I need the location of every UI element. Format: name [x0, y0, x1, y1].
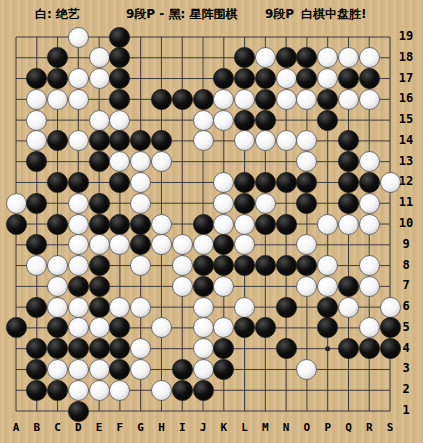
black-stone [255, 172, 276, 193]
black-stone [193, 276, 214, 297]
row-label: 14 [393, 133, 419, 147]
white-stone [213, 214, 234, 235]
black-stone [276, 172, 297, 193]
white-stone [68, 89, 89, 110]
black-stone [130, 214, 151, 235]
white-stone [193, 359, 214, 380]
column-label: H [151, 421, 171, 434]
column-label: I [172, 421, 192, 434]
white-stone [47, 89, 68, 110]
black-stone [109, 27, 130, 48]
white-stone [68, 27, 89, 48]
black-stone [276, 338, 297, 359]
black-stone [276, 255, 297, 276]
black-stone [276, 214, 297, 235]
white-stone [26, 110, 47, 131]
black-stone [255, 89, 276, 110]
black-stone [338, 151, 359, 172]
row-label: 12 [393, 174, 419, 188]
white-stone [68, 380, 89, 401]
white-stone [276, 130, 297, 151]
white-stone [213, 110, 234, 131]
white-stone [359, 47, 380, 68]
black-stone [68, 172, 89, 193]
black-stone [89, 151, 110, 172]
black-stone [109, 214, 130, 235]
white-stone [151, 151, 172, 172]
column-label: E [89, 421, 109, 434]
black-stone [338, 276, 359, 297]
column-label: A [6, 421, 26, 434]
star-point [325, 346, 330, 351]
row-label: 13 [393, 154, 419, 168]
white-stone [47, 359, 68, 380]
white-stone [193, 317, 214, 338]
black-stone [172, 89, 193, 110]
row-label: 1 [393, 403, 419, 417]
white-stone [68, 297, 89, 318]
row-label: 16 [393, 91, 419, 105]
column-label: K [214, 421, 234, 434]
black-stone [317, 110, 338, 131]
white-stone [255, 47, 276, 68]
white-stone [109, 110, 130, 131]
white-stone [338, 89, 359, 110]
white-stone [89, 359, 110, 380]
white-stone [89, 380, 110, 401]
white-stone [359, 193, 380, 214]
white-stone [89, 234, 110, 255]
black-stone [255, 214, 276, 235]
black-stone [255, 68, 276, 89]
column-label: F [110, 421, 130, 434]
column-label: Q [338, 421, 358, 434]
white-stone [130, 359, 151, 380]
go-game-viewer: 白: 绝艺 9段P - 黑: 星阵围棋 9段P 白棋中盘胜! ABCDEFGHI… [0, 0, 423, 443]
black-stone [317, 89, 338, 110]
row-label: 5 [393, 320, 419, 334]
white-stone [47, 276, 68, 297]
black-stone [26, 193, 47, 214]
black-stone [193, 255, 214, 276]
white-stone [68, 68, 89, 89]
white-stone [317, 214, 338, 235]
black-stone [234, 193, 255, 214]
column-label: N [276, 421, 296, 434]
white-stone [89, 68, 110, 89]
column-label: B [27, 421, 47, 434]
column-label: D [68, 421, 88, 434]
white-stone [234, 214, 255, 235]
black-stone [6, 214, 27, 235]
black-stone [193, 89, 214, 110]
white-stone [193, 130, 214, 151]
white-stone [109, 297, 130, 318]
column-label: M [255, 421, 275, 434]
row-label: 6 [393, 299, 419, 313]
black-stone [359, 68, 380, 89]
black-stone [47, 68, 68, 89]
black-stone [26, 297, 47, 318]
white-stone [47, 297, 68, 318]
black-stone [89, 255, 110, 276]
black-stone [338, 172, 359, 193]
row-label: 4 [393, 341, 419, 355]
white-stone [255, 193, 276, 214]
white-stone [193, 297, 214, 318]
black-stone [89, 193, 110, 214]
white-stone [359, 255, 380, 276]
white-stone [68, 255, 89, 276]
black-stone [172, 359, 193, 380]
column-label: C [48, 421, 68, 434]
white-stone [338, 297, 359, 318]
black-stone [172, 380, 193, 401]
white-stone [172, 276, 193, 297]
go-board[interactable]: ABCDEFGHIJKLMNOPQRS 19181716151413121110… [0, 0, 423, 443]
white-stone [359, 276, 380, 297]
white-stone [359, 214, 380, 235]
white-stone [193, 338, 214, 359]
white-stone [338, 214, 359, 235]
black-stone [359, 172, 380, 193]
black-stone [338, 338, 359, 359]
row-label: 9 [393, 237, 419, 251]
row-label: 19 [393, 29, 419, 43]
column-label: P [318, 421, 338, 434]
white-stone [109, 380, 130, 401]
white-stone [193, 234, 214, 255]
black-stone [151, 89, 172, 110]
black-stone [234, 172, 255, 193]
row-label: 10 [393, 216, 419, 230]
black-stone [255, 110, 276, 131]
column-label: S [380, 421, 400, 434]
row-label: 7 [393, 278, 419, 292]
white-stone [172, 255, 193, 276]
black-stone [338, 193, 359, 214]
column-label: J [193, 421, 213, 434]
black-stone [234, 68, 255, 89]
white-stone [89, 317, 110, 338]
white-stone [68, 214, 89, 235]
black-stone [317, 297, 338, 318]
black-stone [193, 214, 214, 235]
black-stone [89, 297, 110, 318]
white-stone [89, 110, 110, 131]
black-stone [338, 68, 359, 89]
column-label: G [131, 421, 151, 434]
white-stone [172, 234, 193, 255]
white-stone [234, 89, 255, 110]
white-stone [359, 151, 380, 172]
white-stone [130, 172, 151, 193]
black-stone [89, 130, 110, 151]
white-stone [47, 255, 68, 276]
black-stone [6, 317, 27, 338]
black-stone [47, 172, 68, 193]
white-stone [317, 276, 338, 297]
black-stone [276, 297, 297, 318]
black-stone [193, 380, 214, 401]
black-stone [68, 276, 89, 297]
black-stone [89, 276, 110, 297]
white-stone [213, 89, 234, 110]
black-stone [89, 214, 110, 235]
white-stone [6, 193, 27, 214]
black-stone [68, 401, 89, 422]
white-stone [213, 193, 234, 214]
row-label: 2 [393, 382, 419, 396]
row-label: 15 [393, 112, 419, 126]
black-stone [47, 214, 68, 235]
column-label: L [235, 421, 255, 434]
white-stone [276, 68, 297, 89]
column-label: O [297, 421, 317, 434]
row-label: 18 [393, 50, 419, 64]
white-stone [89, 47, 110, 68]
white-stone [130, 193, 151, 214]
black-stone [255, 255, 276, 276]
white-stone [68, 193, 89, 214]
white-stone [193, 110, 214, 131]
white-stone [359, 89, 380, 110]
row-label: 11 [393, 195, 419, 209]
black-stone [89, 338, 110, 359]
black-stone [296, 193, 317, 214]
white-stone [68, 359, 89, 380]
white-stone [276, 89, 297, 110]
black-stone [47, 380, 68, 401]
black-stone [234, 110, 255, 131]
white-stone [234, 297, 255, 318]
white-stone [68, 234, 89, 255]
black-stone [276, 47, 297, 68]
row-label: 8 [393, 258, 419, 272]
black-stone [68, 338, 89, 359]
row-label: 17 [393, 71, 419, 85]
black-stone [359, 338, 380, 359]
white-stone [130, 297, 151, 318]
white-stone [151, 214, 172, 235]
white-stone [151, 380, 172, 401]
white-stone [26, 89, 47, 110]
black-stone [234, 255, 255, 276]
row-label: 3 [393, 361, 419, 375]
column-label: R [359, 421, 379, 434]
black-stone [26, 380, 47, 401]
